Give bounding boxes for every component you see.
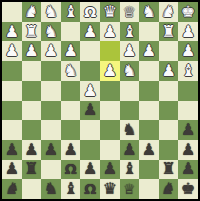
square-r9-c9[interactable]: ♜: [159, 160, 179, 180]
square-r1-c6[interactable]: ♛: [100, 2, 120, 22]
square-r6-c9[interactable]: [159, 101, 179, 121]
black-elephant-piece[interactable]: ♞: [161, 181, 175, 197]
square-r4-c7[interactable]: ♞: [120, 61, 140, 81]
square-r7-c5[interactable]: [80, 120, 100, 140]
white-pawn-piece[interactable]: ♟: [161, 63, 175, 79]
white-knight-piece[interactable]: ♞: [44, 24, 58, 40]
white-bishop-piece[interactable]: ♝: [122, 24, 136, 40]
square-r4-c6-highlighted[interactable]: ♟: [100, 61, 120, 81]
square-r10-c7[interactable]: ♕: [120, 179, 140, 199]
square-r2-c6[interactable]: ♟: [100, 22, 120, 42]
black-pawn-piece[interactable]: ♟: [103, 161, 117, 177]
white-pawn-piece[interactable]: ♟: [24, 43, 38, 59]
board-frame: ♞♞♝Ω♛♕♞♞♚♟♜♞♟♟♝♜♟♟♟♟♟♟♟♟♞♟♞♟♝♟♟♞♟♟♟♟♟♟♟♟…: [0, 0, 200, 201]
square-r4-c2[interactable]: [22, 61, 42, 81]
square-r10-c10[interactable]: ♚: [178, 179, 198, 199]
square-r5-c10[interactable]: [178, 81, 198, 101]
square-r10-c5[interactable]: Ω: [80, 179, 100, 199]
white-pawn-piece[interactable]: ♟: [181, 24, 195, 40]
square-r2-c7[interactable]: ♝: [120, 22, 140, 42]
white-knight-piece[interactable]: ♞: [142, 4, 156, 20]
black-knight-piece[interactable]: ♞: [44, 181, 58, 197]
square-r7-c1[interactable]: [2, 120, 22, 140]
square-r8-c1[interactable]: ♟: [2, 140, 22, 160]
square-r3-c5[interactable]: [80, 41, 100, 61]
black-crown-piece-piece[interactable]: ♕: [123, 182, 136, 196]
white-rook-piece[interactable]: ♜: [24, 24, 38, 40]
white-pawn-piece[interactable]: ♟: [142, 43, 156, 59]
square-r6-c2[interactable]: [22, 101, 42, 121]
square-r7-c9[interactable]: [159, 120, 179, 140]
square-r7-c10[interactable]: ♟: [178, 120, 198, 140]
square-r7-c2[interactable]: [22, 120, 42, 140]
white-pawn-piece[interactable]: ♟: [5, 24, 19, 40]
square-r10-c4[interactable]: ♝: [61, 179, 81, 199]
black-pawn-piece[interactable]: ♟: [142, 142, 156, 158]
square-r7-c6[interactable]: [100, 120, 120, 140]
white-pawn-piece[interactable]: ♟: [44, 43, 58, 59]
square-r3-c8[interactable]: ♟: [139, 41, 159, 61]
square-r5-c6[interactable]: [100, 81, 120, 101]
square-r1-c8[interactable]: ♞: [139, 2, 159, 22]
square-r1-c2[interactable]: ♞: [22, 2, 42, 22]
black-pawn-piece[interactable]: ♟: [181, 161, 195, 177]
square-r10-c9[interactable]: ♞: [159, 179, 179, 199]
black-pawn-piece[interactable]: ♟: [83, 102, 97, 118]
square-r7-c4[interactable]: [61, 120, 81, 140]
square-r8-c6[interactable]: [100, 140, 120, 160]
square-r5-c3[interactable]: [41, 81, 61, 101]
square-r4-c9[interactable]: ♟: [159, 61, 179, 81]
square-r2-c1[interactable]: ♟: [2, 22, 22, 42]
white-knight-piece[interactable]: ♞: [44, 4, 58, 20]
square-r5-c7[interactable]: [120, 81, 140, 101]
square-r4-c1[interactable]: [2, 61, 22, 81]
white-pawn-piece[interactable]: ♟: [83, 24, 97, 40]
white-queen-piece[interactable]: ♛: [103, 4, 117, 20]
game-board: ♞♞♝Ω♛♕♞♞♚♟♜♞♟♟♝♜♟♟♟♟♟♟♟♟♞♟♞♟♝♟♟♞♟♟♟♟♟♟♟♟…: [2, 2, 198, 199]
square-r9-c7[interactable]: ♝: [120, 160, 140, 180]
white-elephant-piece[interactable]: ♞: [24, 4, 38, 20]
square-r3-c1[interactable]: ♟: [2, 41, 22, 61]
square-r1-c5[interactable]: Ω: [80, 2, 100, 22]
square-r10-c3[interactable]: ♞: [41, 179, 61, 199]
square-r4-c10[interactable]: ♝: [178, 61, 198, 81]
white-pawn-piece[interactable]: ♟: [122, 43, 136, 59]
square-r6-c7[interactable]: [120, 101, 140, 121]
square-r6-c3[interactable]: [41, 101, 61, 121]
square-r5-c9[interactable]: [159, 81, 179, 101]
white-pawn-piece[interactable]: ♟: [181, 43, 195, 59]
square-r8-c7[interactable]: ♟: [120, 140, 140, 160]
square-r5-c8[interactable]: [139, 81, 159, 101]
square-r3-c3[interactable]: ♟: [41, 41, 61, 61]
square-r10-c1[interactable]: ♞: [2, 179, 22, 199]
white-pawn-piece[interactable]: ♟: [83, 83, 97, 99]
square-r9-c3[interactable]: [41, 160, 61, 180]
square-r8-c4[interactable]: ♟: [61, 140, 81, 160]
black-pawn-piece[interactable]: ♟: [83, 161, 97, 177]
square-r8-c3[interactable]: ♟: [41, 140, 61, 160]
square-r6-c4[interactable]: [61, 101, 81, 121]
square-r5-c5[interactable]: ♟: [80, 81, 100, 101]
square-r8-c10[interactable]: ♟: [178, 140, 198, 160]
black-pawn-piece[interactable]: ♟: [44, 142, 58, 158]
black-cannon-piece[interactable]: Ω: [65, 162, 77, 176]
black-cannon-piece[interactable]: Ω: [84, 182, 96, 196]
square-r10-c2[interactable]: [22, 179, 42, 199]
white-bishop-piece[interactable]: ♝: [63, 4, 77, 20]
square-r7-c7[interactable]: ♞: [120, 120, 140, 140]
square-r2-c8[interactable]: [139, 22, 159, 42]
square-r9-c10[interactable]: ♟: [178, 160, 198, 180]
white-rook-piece[interactable]: ♜: [161, 24, 175, 40]
black-pawn-piece[interactable]: ♟: [181, 122, 195, 138]
white-king-piece[interactable]: ♚: [181, 4, 195, 20]
square-r7-c3[interactable]: [41, 120, 61, 140]
black-pawn-piece[interactable]: ♟: [5, 142, 19, 158]
black-king-piece[interactable]: ♚: [181, 181, 195, 197]
square-r5-c2[interactable]: [22, 81, 42, 101]
square-r8-c2[interactable]: ♟: [22, 140, 42, 160]
white-elephant-piece[interactable]: ♞: [161, 4, 175, 20]
square-r3-c7[interactable]: ♟: [120, 41, 140, 61]
square-r1-c10[interactable]: ♚: [178, 2, 198, 22]
black-rook-piece[interactable]: ♜: [24, 161, 38, 177]
black-pawn-piece[interactable]: ♟: [122, 142, 136, 158]
square-r1-c7[interactable]: ♕: [120, 2, 140, 22]
white-pawn-piece[interactable]: ♟: [103, 24, 117, 40]
square-r8-c8[interactable]: ♟: [139, 140, 159, 160]
square-r10-c8[interactable]: [139, 179, 159, 199]
square-r6-c5[interactable]: ♟: [80, 101, 100, 121]
square-r4-c8[interactable]: [139, 61, 159, 81]
square-r9-c1[interactable]: ♟: [2, 160, 22, 180]
black-pawn-piece[interactable]: ♟: [181, 142, 195, 158]
white-cannon-piece[interactable]: Ω: [84, 5, 96, 19]
square-r8-c9[interactable]: [159, 140, 179, 160]
square-r1-c9[interactable]: ♞: [159, 2, 179, 22]
black-pawn-piece[interactable]: ♟: [24, 142, 38, 158]
square-r6-c10[interactable]: [178, 101, 198, 121]
square-r7-c8[interactable]: [139, 120, 159, 140]
black-pawn-piece[interactable]: ♟: [5, 161, 19, 177]
square-r2-c10[interactable]: ♟: [178, 22, 198, 42]
square-r9-c2[interactable]: ♜: [22, 160, 42, 180]
square-r6-c8[interactable]: [139, 101, 159, 121]
black-queen-piece[interactable]: ♛: [103, 181, 117, 197]
white-knight-piece[interactable]: ♞: [63, 63, 77, 79]
square-r9-c4[interactable]: Ω: [61, 160, 81, 180]
black-bishop-piece[interactable]: ♝: [122, 161, 136, 177]
square-r4-c4[interactable]: ♞: [61, 61, 81, 81]
square-r6-c1[interactable]: [2, 101, 22, 121]
square-r5-c1[interactable]: [2, 81, 22, 101]
square-r4-c5[interactable]: [80, 61, 100, 81]
square-r9-c8[interactable]: [139, 160, 159, 180]
square-r9-c6[interactable]: ♟: [100, 160, 120, 180]
square-r9-c5[interactable]: ♟: [80, 160, 100, 180]
square-r3-c2[interactable]: ♟: [22, 41, 42, 61]
white-pawn-piece[interactable]: ♟: [5, 43, 19, 59]
square-r1-c4[interactable]: ♝: [61, 2, 81, 22]
square-r2-c9[interactable]: ♜: [159, 22, 179, 42]
white-crown-piece-piece[interactable]: ♕: [123, 5, 136, 19]
black-rook-piece[interactable]: ♜: [161, 161, 175, 177]
square-r6-c6[interactable]: [100, 101, 120, 121]
black-bishop-piece[interactable]: ♝: [63, 181, 77, 197]
square-r3-c4[interactable]: ♟: [61, 41, 81, 61]
black-elephant-piece[interactable]: ♞: [5, 181, 19, 197]
square-r2-c2[interactable]: ♜: [22, 22, 42, 42]
square-r1-c1[interactable]: [2, 2, 22, 22]
square-r2-c4[interactable]: [61, 22, 81, 42]
square-r10-c6[interactable]: ♛: [100, 179, 120, 199]
square-r2-c5[interactable]: ♟: [80, 22, 100, 42]
white-pawn-piece[interactable]: ♟: [103, 63, 117, 79]
black-pawn-piece[interactable]: ♟: [63, 142, 77, 158]
square-r2-c3[interactable]: ♞: [41, 22, 61, 42]
square-r5-c4[interactable]: [61, 81, 81, 101]
square-r8-c5[interactable]: [80, 140, 100, 160]
square-r3-c6-highlighted[interactable]: [100, 41, 120, 61]
white-knight-piece[interactable]: ♞: [122, 63, 136, 79]
square-r3-c9[interactable]: [159, 41, 179, 61]
square-r4-c3[interactable]: [41, 61, 61, 81]
white-bishop-piece[interactable]: ♝: [181, 63, 195, 79]
black-knight-piece[interactable]: ♞: [122, 122, 136, 138]
white-pawn-piece[interactable]: ♟: [63, 43, 77, 59]
square-r1-c3[interactable]: ♞: [41, 2, 61, 22]
square-r3-c10[interactable]: ♟: [178, 41, 198, 61]
